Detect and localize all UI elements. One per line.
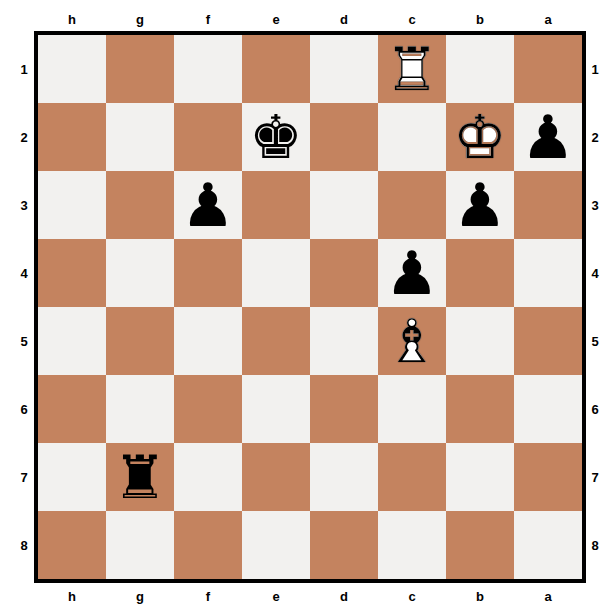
square-b4[interactable] [446,239,514,307]
square-g6[interactable] [106,375,174,443]
file-label-top-f: f [206,13,210,26]
square-d2[interactable] [310,103,378,171]
file-label-top-d: d [340,13,348,26]
square-a8[interactable] [514,511,582,579]
square-c4[interactable]: ♟ [378,239,446,307]
rank-label-right-2: 2 [591,131,598,144]
white-bishop-c5[interactable]: ♝♗ [378,307,446,375]
piece-outline-glyph: ♗ [378,307,446,375]
rank-label-right-7: 7 [591,471,598,484]
square-c5[interactable]: ♝♗ [378,307,446,375]
square-g1[interactable] [106,35,174,103]
black-pawn-c4[interactable]: ♟ [378,239,446,307]
square-c6[interactable] [378,375,446,443]
square-f7[interactable] [174,443,242,511]
square-g3[interactable] [106,171,174,239]
square-h1[interactable] [38,35,106,103]
square-f6[interactable] [174,375,242,443]
square-d6[interactable] [310,375,378,443]
rank-label-left-8: 8 [20,539,27,552]
square-e5[interactable] [242,307,310,375]
square-b1[interactable] [446,35,514,103]
square-e8[interactable] [242,511,310,579]
white-rook-c1[interactable]: ♜♖ [378,35,446,103]
rank-label-right-5: 5 [591,335,598,348]
square-a4[interactable] [514,239,582,307]
square-d8[interactable] [310,511,378,579]
piece-glyph: ♟ [514,103,582,171]
square-a6[interactable] [514,375,582,443]
file-label-bottom-f: f [206,590,210,603]
square-d3[interactable] [310,171,378,239]
square-c2[interactable] [378,103,446,171]
piece-glyph: ♟ [378,239,446,307]
square-f5[interactable] [174,307,242,375]
square-e2[interactable]: ♚ [242,103,310,171]
square-h8[interactable] [38,511,106,579]
piece-outline-glyph: ♖ [378,35,446,103]
black-pawn-a2[interactable]: ♟ [514,103,582,171]
square-d4[interactable] [310,239,378,307]
square-h5[interactable] [38,307,106,375]
file-label-bottom-h: h [68,590,76,603]
square-g4[interactable] [106,239,174,307]
square-g7[interactable]: ♜ [106,443,174,511]
square-h6[interactable] [38,375,106,443]
file-label-top-h: h [68,13,76,26]
piece-outline-glyph: ♔ [446,103,514,171]
file-label-bottom-c: c [408,590,415,603]
square-e1[interactable] [242,35,310,103]
file-label-bottom-d: d [340,590,348,603]
square-b8[interactable] [446,511,514,579]
square-h7[interactable] [38,443,106,511]
file-label-top-a: a [544,13,551,26]
black-king-e2[interactable]: ♚ [242,103,310,171]
square-e6[interactable] [242,375,310,443]
piece-glyph: ♟ [174,171,242,239]
chess-board: ♜♖♚♚♔♟♟♟♟♝♗♜ [34,31,586,583]
file-label-top-c: c [408,13,415,26]
file-label-bottom-a: a [544,590,551,603]
square-b7[interactable] [446,443,514,511]
piece-glyph: ♚ [242,103,310,171]
rank-label-left-5: 5 [20,335,27,348]
square-c7[interactable] [378,443,446,511]
rank-label-right-8: 8 [591,539,598,552]
rank-label-left-3: 3 [20,199,27,212]
square-b5[interactable] [446,307,514,375]
rank-label-left-6: 6 [20,403,27,416]
square-c1[interactable]: ♜♖ [378,35,446,103]
file-label-top-g: g [136,13,144,26]
rank-label-left-7: 7 [20,471,27,484]
square-c8[interactable] [378,511,446,579]
square-b6[interactable] [446,375,514,443]
rank-label-left-1: 1 [20,63,27,76]
square-a5[interactable] [514,307,582,375]
chess-diagram: ♜♖♚♚♔♟♟♟♟♝♗♜ hhggffeeddccbbaa11223344556… [0,0,616,614]
piece-glyph: ♟ [446,171,514,239]
black-pawn-f3[interactable]: ♟ [174,171,242,239]
white-king-b2[interactable]: ♚♔ [446,103,514,171]
rank-label-right-1: 1 [591,63,598,76]
square-d7[interactable] [310,443,378,511]
rank-label-right-4: 4 [591,267,598,280]
square-g2[interactable] [106,103,174,171]
square-e7[interactable] [242,443,310,511]
rank-label-right-6: 6 [591,403,598,416]
square-e4[interactable] [242,239,310,307]
square-f8[interactable] [174,511,242,579]
square-b3[interactable]: ♟ [446,171,514,239]
file-label-bottom-e: e [272,590,279,603]
square-f1[interactable] [174,35,242,103]
file-label-top-e: e [272,13,279,26]
square-e3[interactable] [242,171,310,239]
file-label-bottom-g: g [136,590,144,603]
file-label-top-b: b [476,13,484,26]
square-b2[interactable]: ♚♔ [446,103,514,171]
square-g8[interactable] [106,511,174,579]
square-f3[interactable]: ♟ [174,171,242,239]
file-label-bottom-b: b [476,590,484,603]
black-rook-g7[interactable]: ♜ [106,443,174,511]
square-a3[interactable] [514,171,582,239]
square-a2[interactable]: ♟ [514,103,582,171]
square-g5[interactable] [106,307,174,375]
square-c3[interactable] [378,171,446,239]
square-a7[interactable] [514,443,582,511]
rank-label-left-4: 4 [20,267,27,280]
square-h2[interactable] [38,103,106,171]
rank-label-right-3: 3 [591,199,598,212]
square-a1[interactable] [514,35,582,103]
rank-label-left-2: 2 [20,131,27,144]
square-h3[interactable] [38,171,106,239]
square-d5[interactable] [310,307,378,375]
square-f4[interactable] [174,239,242,307]
square-f2[interactable] [174,103,242,171]
piece-glyph: ♜ [106,443,174,511]
black-pawn-b3[interactable]: ♟ [446,171,514,239]
square-d1[interactable] [310,35,378,103]
square-h4[interactable] [38,239,106,307]
